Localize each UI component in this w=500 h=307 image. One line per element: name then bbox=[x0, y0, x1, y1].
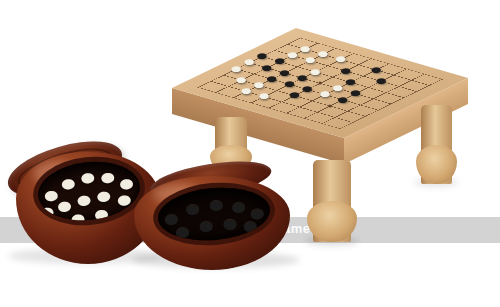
black-stone-in-bowl: ● bbox=[196, 213, 216, 238]
black-stone[interactable]: ● bbox=[336, 92, 349, 106]
white-stone[interactable]: ● bbox=[242, 55, 255, 69]
white-stone[interactable]: ● bbox=[239, 84, 252, 98]
white-stone[interactable]: ● bbox=[286, 48, 299, 62]
black-stone[interactable]: ● bbox=[349, 86, 362, 100]
white-stone[interactable]: ● bbox=[316, 47, 329, 61]
go-set-product-photo: ames ●●●●●●●●●●●●●●●●●●●●●●●●●●●●● ●●●●●… bbox=[0, 0, 500, 307]
white-stone[interactable]: ● bbox=[257, 89, 270, 103]
black-stone[interactable]: ● bbox=[265, 72, 278, 86]
black-stone-in-bowl: ● bbox=[240, 213, 260, 238]
black-stone[interactable]: ● bbox=[374, 74, 387, 88]
board-leg bbox=[421, 105, 452, 184]
white-stone-in-bowl: ● bbox=[91, 201, 112, 225]
black-stone-in-bowl: ● bbox=[220, 211, 240, 236]
hoshi-point bbox=[319, 82, 322, 85]
hoshi-point bbox=[328, 104, 331, 107]
board-leg bbox=[313, 160, 351, 242]
black-stone[interactable]: ● bbox=[288, 88, 301, 102]
white-stone-in-bowl: ● bbox=[68, 205, 89, 225]
white-stone[interactable]: ● bbox=[318, 87, 331, 101]
white-stone[interactable]: ● bbox=[308, 64, 321, 78]
white-stone-in-bowl: ● bbox=[114, 186, 135, 212]
black-bowl-opening: ●●●●●●●●● bbox=[156, 183, 272, 245]
white-bowl-opening: ●●●●●●●●●●●● bbox=[35, 157, 143, 225]
black-stone-in-bowl: ● bbox=[172, 219, 192, 244]
black-stone[interactable]: ● bbox=[301, 82, 314, 96]
